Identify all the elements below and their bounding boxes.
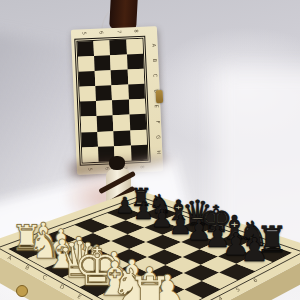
brass-handle	[17, 286, 28, 297]
piece-black-pawn[interactable]: ♟	[240, 234, 269, 267]
chess-set-photo-scene: 5678 ABCDEFGH 5678 ABCDEF123456 ♜♟♞♟♝♛♟♚…	[0, 0, 300, 300]
piece-black-pawn[interactable]: ♟	[115, 194, 135, 216]
piece-white-rook[interactable]: ♜	[127, 270, 174, 300]
